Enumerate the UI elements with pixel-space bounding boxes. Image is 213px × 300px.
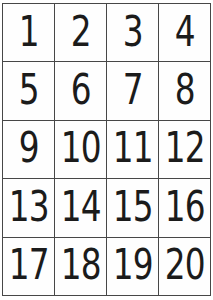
cell-number: 3 — [122, 11, 142, 55]
grid-cell: 5 — [3, 62, 54, 119]
cell-number: 20 — [164, 244, 204, 288]
grid-cell: 12 — [159, 121, 210, 178]
cell-number: 5 — [18, 69, 38, 113]
grid-cell: 17 — [3, 238, 54, 295]
grid-cell: 20 — [159, 238, 210, 295]
number-grid: 1 2 3 4 5 6 7 8 9 10 11 12 13 14 15 16 1… — [2, 3, 211, 296]
number-chart-sheet: 1 2 3 4 5 6 7 8 9 10 11 12 13 14 15 16 1… — [2, 3, 211, 296]
grid-cell: 3 — [107, 4, 158, 61]
cell-number: 10 — [60, 127, 100, 171]
grid-cell: 16 — [159, 179, 210, 236]
grid-cell: 11 — [107, 121, 158, 178]
grid-cell: 13 — [3, 179, 54, 236]
grid-cell: 18 — [55, 238, 106, 295]
grid-cell: 19 — [107, 238, 158, 295]
cell-number: 17 — [8, 244, 48, 288]
cell-number: 16 — [164, 186, 204, 230]
grid-cell: 1 — [3, 4, 54, 61]
cell-number: 6 — [70, 69, 90, 113]
grid-cell: 4 — [159, 4, 210, 61]
cell-number: 14 — [60, 186, 100, 230]
cell-number: 13 — [8, 186, 48, 230]
grid-cell: 6 — [55, 62, 106, 119]
cell-number: 18 — [60, 244, 100, 288]
cell-number: 19 — [112, 244, 152, 288]
cell-number: 11 — [112, 127, 152, 171]
grid-cell: 15 — [107, 179, 158, 236]
grid-cell: 7 — [107, 62, 158, 119]
cell-number: 7 — [122, 69, 142, 113]
cell-number: 8 — [174, 69, 194, 113]
cell-number: 1 — [18, 11, 38, 55]
grid-cell: 9 — [3, 121, 54, 178]
grid-cell: 2 — [55, 4, 106, 61]
cell-number: 15 — [112, 186, 152, 230]
cell-number: 12 — [164, 127, 204, 171]
cell-number: 4 — [174, 11, 194, 55]
grid-cell: 8 — [159, 62, 210, 119]
cell-number: 9 — [18, 127, 38, 171]
grid-cell: 10 — [55, 121, 106, 178]
grid-cell: 14 — [55, 179, 106, 236]
cell-number: 2 — [70, 11, 90, 55]
